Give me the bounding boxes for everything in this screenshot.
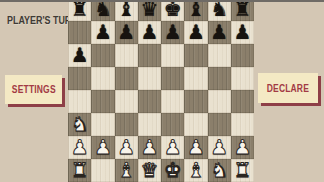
square-h3[interactable] (231, 113, 254, 136)
square-g2[interactable]: ♟ (208, 136, 231, 159)
square-h8[interactable]: ♜ (231, 0, 254, 21)
square-a8[interactable]: ♜ (68, 0, 91, 21)
square-e2[interactable]: ♟ (161, 136, 184, 159)
square-g5[interactable] (208, 67, 231, 90)
square-c6[interactable] (115, 44, 138, 67)
square-a7[interactable] (68, 21, 91, 44)
chess-board: ♜♞♝♛♚♝♞♜♟♟♟♟♟♟♟♟♞♟♟♟♟♟♟♟♟♜♝♛♚♝♞♜ (68, 0, 254, 182)
square-a1[interactable]: ♜ (68, 159, 91, 182)
square-g3[interactable] (208, 113, 231, 136)
square-e6[interactable] (161, 44, 184, 67)
square-g7[interactable]: ♟ (208, 21, 231, 44)
square-b5[interactable] (91, 67, 114, 90)
square-a6[interactable]: ♟ (68, 44, 91, 67)
square-g6[interactable] (208, 44, 231, 67)
square-h2[interactable]: ♟ (231, 136, 254, 159)
square-h6[interactable] (231, 44, 254, 67)
black-pawn-piece: ♟ (140, 22, 158, 42)
square-e1[interactable]: ♚ (161, 159, 184, 182)
square-f2[interactable]: ♟ (184, 136, 207, 159)
square-a2[interactable]: ♟ (68, 136, 91, 159)
white-pawn-piece: ♟ (94, 137, 112, 157)
black-rook-piece: ♜ (233, 0, 251, 19)
black-queen-piece: ♛ (140, 0, 158, 19)
square-h5[interactable] (231, 67, 254, 90)
square-b7[interactable]: ♟ (91, 21, 114, 44)
square-b2[interactable]: ♟ (91, 136, 114, 159)
square-d1[interactable]: ♛ (138, 159, 161, 182)
square-d2[interactable]: ♟ (138, 136, 161, 159)
square-c8[interactable]: ♝ (115, 0, 138, 21)
square-b1[interactable] (91, 159, 114, 182)
square-h4[interactable] (231, 90, 254, 113)
square-d6[interactable] (138, 44, 161, 67)
white-pawn-piece: ♟ (233, 137, 251, 157)
settings-button[interactable]: SETTINGS (5, 75, 62, 104)
settings-button-label: SETTINGS (12, 84, 56, 95)
white-knight-piece: ♞ (210, 160, 228, 180)
square-g8[interactable]: ♞ (208, 0, 231, 21)
black-pawn-piece: ♟ (71, 45, 89, 65)
square-e8[interactable]: ♚ (161, 0, 184, 21)
black-rook-piece: ♜ (71, 0, 89, 19)
square-c4[interactable] (115, 90, 138, 113)
black-knight-piece: ♞ (94, 0, 112, 19)
square-f5[interactable] (184, 67, 207, 90)
white-king-piece: ♚ (164, 160, 182, 180)
square-f8[interactable]: ♝ (184, 0, 207, 21)
square-e3[interactable] (161, 113, 184, 136)
square-b6[interactable] (91, 44, 114, 67)
square-f7[interactable]: ♟ (184, 21, 207, 44)
black-pawn-piece: ♟ (233, 22, 251, 42)
square-g4[interactable] (208, 90, 231, 113)
square-f6[interactable] (184, 44, 207, 67)
black-pawn-piece: ♟ (210, 22, 228, 42)
declare-button-label: DECLARE (267, 83, 309, 94)
white-pawn-piece: ♟ (71, 137, 89, 157)
white-pawn-piece: ♟ (210, 137, 228, 157)
top-edge-line (0, 0, 324, 2)
square-d7[interactable]: ♟ (138, 21, 161, 44)
white-rook-piece: ♜ (233, 160, 251, 180)
square-e7[interactable]: ♟ (161, 21, 184, 44)
square-c3[interactable] (115, 113, 138, 136)
white-rook-piece: ♜ (71, 160, 89, 180)
square-a5[interactable] (68, 67, 91, 90)
square-c1[interactable]: ♝ (115, 159, 138, 182)
square-g1[interactable]: ♞ (208, 159, 231, 182)
square-h1[interactable]: ♜ (231, 159, 254, 182)
white-pawn-piece: ♟ (140, 137, 158, 157)
white-bishop-piece: ♝ (117, 160, 135, 180)
black-bishop-piece: ♝ (187, 0, 205, 19)
square-f3[interactable] (184, 113, 207, 136)
black-pawn-piece: ♟ (117, 22, 135, 42)
game-screen: PLAYER'S TURN SETTINGS ♜♞♝♛♚♝♞♜♟♟♟♟♟♟♟♟♞… (0, 0, 324, 182)
square-a4[interactable] (68, 90, 91, 113)
white-queen-piece: ♛ (140, 160, 158, 180)
declare-button[interactable]: DECLARE (258, 73, 318, 103)
square-c7[interactable]: ♟ (115, 21, 138, 44)
square-h7[interactable]: ♟ (231, 21, 254, 44)
square-e5[interactable] (161, 67, 184, 90)
square-c2[interactable]: ♟ (115, 136, 138, 159)
square-b8[interactable]: ♞ (91, 0, 114, 21)
square-d4[interactable] (138, 90, 161, 113)
black-king-piece: ♚ (164, 0, 182, 19)
black-pawn-piece: ♟ (164, 22, 182, 42)
square-d3[interactable] (138, 113, 161, 136)
square-d5[interactable] (138, 67, 161, 90)
square-d8[interactable]: ♛ (138, 0, 161, 21)
black-pawn-piece: ♟ (187, 22, 205, 42)
white-knight-piece: ♞ (71, 114, 89, 134)
white-bishop-piece: ♝ (187, 160, 205, 180)
white-pawn-piece: ♟ (117, 137, 135, 157)
square-f1[interactable]: ♝ (184, 159, 207, 182)
square-f4[interactable] (184, 90, 207, 113)
black-pawn-piece: ♟ (94, 22, 112, 42)
white-pawn-piece: ♟ (164, 137, 182, 157)
square-b4[interactable] (91, 90, 114, 113)
black-bishop-piece: ♝ (117, 0, 135, 19)
white-pawn-piece: ♟ (187, 137, 205, 157)
square-a3[interactable]: ♞ (68, 113, 91, 136)
square-e4[interactable] (161, 90, 184, 113)
black-knight-piece: ♞ (210, 0, 228, 19)
square-b3[interactable] (91, 113, 114, 136)
square-c5[interactable] (115, 67, 138, 90)
